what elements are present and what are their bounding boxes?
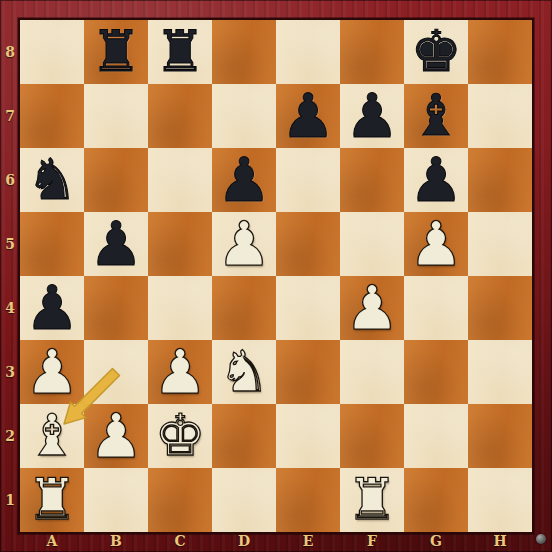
piece-white-rook-a1[interactable]: ♜: [20, 468, 84, 532]
square-f3[interactable]: [340, 340, 404, 404]
piece-black-rook-b8[interactable]: ♜: [84, 20, 148, 84]
piece-black-bishop-g7[interactable]: ♝: [404, 84, 468, 148]
square-d5[interactable]: ♟: [212, 212, 276, 276]
square-b8[interactable]: ♜: [84, 20, 148, 84]
square-c6[interactable]: [148, 148, 212, 212]
square-g4[interactable]: [404, 276, 468, 340]
square-e8[interactable]: [276, 20, 340, 84]
rank-label-1: 1: [0, 468, 20, 532]
square-h8[interactable]: [468, 20, 532, 84]
square-b6[interactable]: [84, 148, 148, 212]
square-c2[interactable]: ♚: [148, 404, 212, 468]
square-h1[interactable]: [468, 468, 532, 532]
square-b2[interactable]: ♟: [84, 404, 148, 468]
square-b1[interactable]: [84, 468, 148, 532]
piece-white-pawn-a3[interactable]: ♟: [20, 340, 84, 404]
square-h7[interactable]: [468, 84, 532, 148]
file-label-f: F: [340, 532, 404, 552]
square-d3[interactable]: ♞: [212, 340, 276, 404]
chess-board: ♜♜♚♟♟♝♞♟♟♟♟♟♟♟♟♟♞♝♟♚♜♜: [20, 20, 532, 532]
square-a1[interactable]: ♜: [20, 468, 84, 532]
square-g1[interactable]: [404, 468, 468, 532]
square-c3[interactable]: ♟: [148, 340, 212, 404]
piece-black-pawn-d6[interactable]: ♟: [212, 148, 276, 212]
square-g2[interactable]: [404, 404, 468, 468]
square-g3[interactable]: [404, 340, 468, 404]
file-label-a: A: [20, 532, 84, 552]
rank-label-7: 7: [0, 84, 20, 148]
chess-board-frame: ♜♜♚♟♟♝♞♟♟♟♟♟♟♟♟♟♞♝♟♚♜♜ 87654321ABCDEFGH: [0, 0, 552, 552]
square-e1[interactable]: [276, 468, 340, 532]
corner-dot: [536, 534, 546, 544]
rank-label-8: 8: [0, 20, 20, 84]
square-h4[interactable]: [468, 276, 532, 340]
square-a6[interactable]: ♞: [20, 148, 84, 212]
square-d8[interactable]: [212, 20, 276, 84]
piece-white-king-c2[interactable]: ♚: [148, 404, 212, 468]
square-b5[interactable]: ♟: [84, 212, 148, 276]
square-a5[interactable]: [20, 212, 84, 276]
square-c1[interactable]: [148, 468, 212, 532]
piece-white-bishop-a2[interactable]: ♝: [20, 404, 84, 468]
square-a2[interactable]: ♝: [20, 404, 84, 468]
rank-label-6: 6: [0, 148, 20, 212]
square-f7[interactable]: ♟: [340, 84, 404, 148]
rank-label-4: 4: [0, 276, 20, 340]
square-g8[interactable]: ♚: [404, 20, 468, 84]
square-d4[interactable]: [212, 276, 276, 340]
square-g7[interactable]: ♝: [404, 84, 468, 148]
square-e4[interactable]: [276, 276, 340, 340]
piece-white-knight-d3[interactable]: ♞: [212, 340, 276, 404]
square-a8[interactable]: [20, 20, 84, 84]
square-c8[interactable]: ♜: [148, 20, 212, 84]
piece-white-rook-f1[interactable]: ♜: [340, 468, 404, 532]
square-a7[interactable]: [20, 84, 84, 148]
square-b4[interactable]: [84, 276, 148, 340]
piece-black-pawn-e7[interactable]: ♟: [276, 84, 340, 148]
square-f8[interactable]: [340, 20, 404, 84]
square-f4[interactable]: ♟: [340, 276, 404, 340]
square-h2[interactable]: [468, 404, 532, 468]
rank-label-2: 2: [0, 404, 20, 468]
piece-black-pawn-f7[interactable]: ♟: [340, 84, 404, 148]
square-h5[interactable]: [468, 212, 532, 276]
square-b3[interactable]: [84, 340, 148, 404]
piece-black-rook-c8[interactable]: ♜: [148, 20, 212, 84]
square-f5[interactable]: [340, 212, 404, 276]
square-h6[interactable]: [468, 148, 532, 212]
piece-white-pawn-c3[interactable]: ♟: [148, 340, 212, 404]
piece-black-king-g8[interactable]: ♚: [404, 20, 468, 84]
square-c7[interactable]: [148, 84, 212, 148]
file-label-h: H: [468, 532, 532, 552]
square-d1[interactable]: [212, 468, 276, 532]
piece-white-pawn-d5[interactable]: ♟: [212, 212, 276, 276]
file-label-e: E: [276, 532, 340, 552]
piece-black-pawn-a4[interactable]: ♟: [20, 276, 84, 340]
square-h3[interactable]: [468, 340, 532, 404]
file-label-b: B: [84, 532, 148, 552]
square-e5[interactable]: [276, 212, 340, 276]
square-c5[interactable]: [148, 212, 212, 276]
piece-black-pawn-g6[interactable]: ♟: [404, 148, 468, 212]
square-e6[interactable]: [276, 148, 340, 212]
piece-black-knight-a6[interactable]: ♞: [20, 148, 84, 212]
square-e7[interactable]: ♟: [276, 84, 340, 148]
piece-black-pawn-b5[interactable]: ♟: [84, 212, 148, 276]
square-c4[interactable]: [148, 276, 212, 340]
square-f2[interactable]: [340, 404, 404, 468]
square-a3[interactable]: ♟: [20, 340, 84, 404]
piece-white-pawn-g5[interactable]: ♟: [404, 212, 468, 276]
square-b7[interactable]: [84, 84, 148, 148]
square-f6[interactable]: [340, 148, 404, 212]
file-label-g: G: [404, 532, 468, 552]
piece-white-pawn-f4[interactable]: ♟: [340, 276, 404, 340]
square-f1[interactable]: ♜: [340, 468, 404, 532]
square-d7[interactable]: [212, 84, 276, 148]
square-d2[interactable]: [212, 404, 276, 468]
square-d6[interactable]: ♟: [212, 148, 276, 212]
file-label-d: D: [212, 532, 276, 552]
square-a4[interactable]: ♟: [20, 276, 84, 340]
rank-label-5: 5: [0, 212, 20, 276]
rank-label-3: 3: [0, 340, 20, 404]
square-g6[interactable]: ♟: [404, 148, 468, 212]
square-g5[interactable]: ♟: [404, 212, 468, 276]
piece-white-pawn-b2[interactable]: ♟: [84, 404, 148, 468]
file-label-c: C: [148, 532, 212, 552]
square-e3[interactable]: [276, 340, 340, 404]
square-e2[interactable]: [276, 404, 340, 468]
